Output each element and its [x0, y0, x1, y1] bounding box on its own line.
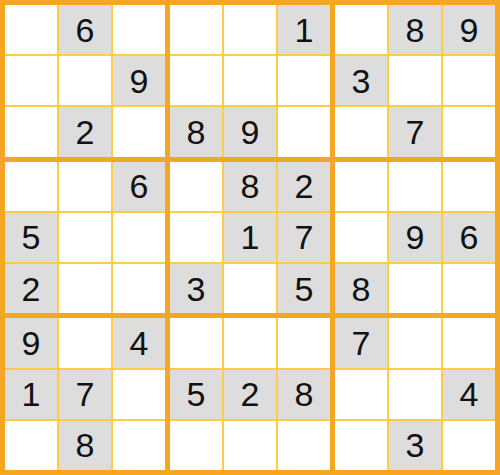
cell-r5c4-empty[interactable] [170, 213, 222, 262]
cell-r2c5-empty[interactable] [224, 56, 276, 105]
cell-r2c4-empty[interactable] [170, 56, 222, 105]
cell-r8c1-given[interactable]: 1 [5, 370, 57, 419]
cell-r8c7-empty[interactable] [335, 370, 387, 419]
cell-r7c6-empty[interactable] [278, 318, 330, 367]
cell-r5c2-empty[interactable] [59, 213, 111, 262]
cell-r7c7-given[interactable]: 7 [335, 318, 387, 367]
cell-r2c1-empty[interactable] [5, 56, 57, 105]
cell-r6c8-empty[interactable] [389, 264, 441, 313]
cell-r3c1-empty[interactable] [5, 107, 57, 156]
cell-r1c7-empty[interactable] [335, 5, 387, 54]
cell-r5c9-given[interactable]: 6 [443, 213, 495, 262]
cell-r4c1-empty[interactable] [5, 162, 57, 211]
cell-r8c3-empty[interactable] [113, 370, 165, 419]
box-6: 968 [335, 162, 495, 314]
cell-r6c1-given[interactable]: 2 [5, 264, 57, 313]
box-7: 94178 [5, 318, 165, 470]
box-8: 528 [170, 318, 330, 470]
cell-r1c3-empty[interactable] [113, 5, 165, 54]
cell-r9c2-given[interactable]: 8 [59, 421, 111, 470]
cell-r6c7-given[interactable]: 8 [335, 264, 387, 313]
cell-r3c7-empty[interactable] [335, 107, 387, 156]
box-9: 743 [335, 318, 495, 470]
cell-r9c7-empty[interactable] [335, 421, 387, 470]
cell-r5c1-given[interactable]: 5 [5, 213, 57, 262]
sudoku-board: 692189893765282173596894178528743 [0, 0, 500, 475]
cell-r9c9-empty[interactable] [443, 421, 495, 470]
cell-r5c5-given[interactable]: 1 [224, 213, 276, 262]
cell-r9c6-empty[interactable] [278, 421, 330, 470]
cell-r2c9-empty[interactable] [443, 56, 495, 105]
cell-r1c6-given[interactable]: 1 [278, 5, 330, 54]
box-2: 189 [170, 5, 330, 157]
cell-r8c5-given[interactable]: 2 [224, 370, 276, 419]
cell-r9c8-given[interactable]: 3 [389, 421, 441, 470]
cell-r3c6-empty[interactable] [278, 107, 330, 156]
box-5: 821735 [170, 162, 330, 314]
cell-r2c6-empty[interactable] [278, 56, 330, 105]
cell-r6c5-empty[interactable] [224, 264, 276, 313]
cell-r3c5-given[interactable]: 9 [224, 107, 276, 156]
cell-r3c8-given[interactable]: 7 [389, 107, 441, 156]
cell-r2c3-given[interactable]: 9 [113, 56, 165, 105]
cell-r2c2-empty[interactable] [59, 56, 111, 105]
box-4: 652 [5, 162, 165, 314]
cell-r7c9-empty[interactable] [443, 318, 495, 367]
cell-r7c8-empty[interactable] [389, 318, 441, 367]
cell-r1c2-given[interactable]: 6 [59, 5, 111, 54]
cell-r4c7-empty[interactable] [335, 162, 387, 211]
cell-r4c4-empty[interactable] [170, 162, 222, 211]
cell-r3c9-empty[interactable] [443, 107, 495, 156]
cell-r3c3-empty[interactable] [113, 107, 165, 156]
cell-r6c3-empty[interactable] [113, 264, 165, 313]
box-3: 8937 [335, 5, 495, 157]
cell-r2c8-empty[interactable] [389, 56, 441, 105]
cell-r8c4-given[interactable]: 5 [170, 370, 222, 419]
cell-r7c4-empty[interactable] [170, 318, 222, 367]
cell-r9c4-empty[interactable] [170, 421, 222, 470]
cell-r6c6-given[interactable]: 5 [278, 264, 330, 313]
cell-r9c5-empty[interactable] [224, 421, 276, 470]
cell-r4c5-given[interactable]: 8 [224, 162, 276, 211]
cell-r8c9-given[interactable]: 4 [443, 370, 495, 419]
cell-r5c7-empty[interactable] [335, 213, 387, 262]
cell-r3c2-given[interactable]: 2 [59, 107, 111, 156]
cell-r2c7-given[interactable]: 3 [335, 56, 387, 105]
cell-r3c4-given[interactable]: 8 [170, 107, 222, 156]
cell-r8c6-given[interactable]: 8 [278, 370, 330, 419]
cell-r9c3-empty[interactable] [113, 421, 165, 470]
cell-r5c6-given[interactable]: 7 [278, 213, 330, 262]
cell-r9c1-empty[interactable] [5, 421, 57, 470]
cell-r5c8-given[interactable]: 9 [389, 213, 441, 262]
cell-r1c4-empty[interactable] [170, 5, 222, 54]
cell-r6c2-empty[interactable] [59, 264, 111, 313]
cell-r1c5-empty[interactable] [224, 5, 276, 54]
cell-r1c9-given[interactable]: 9 [443, 5, 495, 54]
cell-r4c9-empty[interactable] [443, 162, 495, 211]
cell-r7c1-given[interactable]: 9 [5, 318, 57, 367]
cell-r7c2-empty[interactable] [59, 318, 111, 367]
cell-r1c8-given[interactable]: 8 [389, 5, 441, 54]
cell-r6c9-empty[interactable] [443, 264, 495, 313]
cell-r7c3-given[interactable]: 4 [113, 318, 165, 367]
cell-r5c3-empty[interactable] [113, 213, 165, 262]
cell-r1c1-empty[interactable] [5, 5, 57, 54]
cell-r4c8-empty[interactable] [389, 162, 441, 211]
cell-r4c3-given[interactable]: 6 [113, 162, 165, 211]
box-1: 692 [5, 5, 165, 157]
cell-r4c2-empty[interactable] [59, 162, 111, 211]
cell-r7c5-empty[interactable] [224, 318, 276, 367]
cell-r8c8-empty[interactable] [389, 370, 441, 419]
cell-r8c2-given[interactable]: 7 [59, 370, 111, 419]
cell-r4c6-given[interactable]: 2 [278, 162, 330, 211]
cell-r6c4-given[interactable]: 3 [170, 264, 222, 313]
